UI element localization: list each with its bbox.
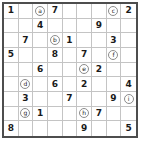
sudoku-cell-r9c4[interactable] xyxy=(48,121,63,136)
sudoku-cell-r8c1[interactable] xyxy=(4,107,19,122)
sudoku-cell-r2c5[interactable] xyxy=(63,19,78,34)
sudoku-cell-r1c2[interactable] xyxy=(19,4,34,19)
sudoku-cell-r4c2[interactable] xyxy=(19,48,34,63)
sudoku-cell-r6c4[interactable]: 6 xyxy=(48,77,63,92)
sudoku-cell-r2c7[interactable]: 9 xyxy=(92,19,107,34)
sudoku-cell-r6c3[interactable] xyxy=(33,77,48,92)
given-digit: 4 xyxy=(126,80,132,89)
sudoku-cell-r7c5[interactable]: 7 xyxy=(63,92,78,107)
sudoku-cell-r9c3[interactable] xyxy=(33,121,48,136)
sudoku-cell-r8c8[interactable] xyxy=(107,107,122,122)
sudoku-cell-r5c8[interactable] xyxy=(107,63,122,78)
circled-letter-c: c xyxy=(108,6,118,16)
given-digit: 4 xyxy=(37,21,43,30)
given-digit: 5 xyxy=(126,124,132,133)
sudoku-cell-r3c2[interactable]: 7 xyxy=(19,33,34,48)
circled-letter-b: b xyxy=(50,35,60,45)
sudoku-cell-r6c1[interactable] xyxy=(4,77,19,92)
sudoku-cell-r4c7[interactable] xyxy=(92,48,107,63)
sudoku-cell-r3c1[interactable] xyxy=(4,33,19,48)
sudoku-cell-r4c1[interactable]: 5 xyxy=(4,48,19,63)
circled-letter-f: f xyxy=(108,50,118,60)
sudoku-cell-r5c4[interactable] xyxy=(48,63,63,78)
given-digit: 7 xyxy=(66,94,72,103)
given-digit: 8 xyxy=(52,50,58,59)
sudoku-cell-r1c4[interactable]: 7 xyxy=(48,4,63,19)
sudoku-cell-r8c3[interactable]: 1 xyxy=(33,107,48,122)
sudoku-cell-r9c6[interactable]: 9 xyxy=(77,121,92,136)
sudoku-cell-r3c7[interactable] xyxy=(92,33,107,48)
sudoku-cell-r8c5[interactable] xyxy=(63,107,78,122)
sudoku-cell-r9c2[interactable] xyxy=(19,121,34,136)
sudoku-cell-r5c3[interactable]: 6 xyxy=(33,63,48,78)
sudoku-cell-r6c7[interactable] xyxy=(92,77,107,92)
sudoku-cell-r5c7[interactable]: 2 xyxy=(92,63,107,78)
sudoku-cell-r1c9[interactable]: 2 xyxy=(121,4,136,19)
sudoku-cell-r3c8[interactable]: 3 xyxy=(107,33,122,48)
sudoku-cell-r7c6[interactable] xyxy=(77,92,92,107)
sudoku-cell-r5c6[interactable]: e xyxy=(77,63,92,78)
sudoku-cell-r8c9[interactable] xyxy=(121,107,136,122)
sudoku-cell-r4c8[interactable]: f xyxy=(107,48,122,63)
sudoku-cell-r4c5[interactable] xyxy=(63,48,78,63)
sudoku-cell-r1c3[interactable]: a xyxy=(33,4,48,19)
given-digit: 7 xyxy=(22,36,28,45)
sudoku-cell-r9c1[interactable]: 8 xyxy=(4,121,19,136)
sudoku-cell-r1c7[interactable] xyxy=(92,4,107,19)
sudoku-cell-r8c7[interactable]: 7 xyxy=(92,107,107,122)
sudoku-cell-r2c4[interactable] xyxy=(48,19,63,34)
sudoku-cell-r3c4[interactable]: b xyxy=(48,33,63,48)
given-digit: 9 xyxy=(96,21,102,30)
sudoku-cell-r5c9[interactable] xyxy=(121,63,136,78)
sudoku-board: 1a7c2497b13587f6e2d624379ig1h7895 xyxy=(2,2,138,138)
sudoku-cell-r1c8[interactable]: c xyxy=(107,4,122,19)
circled-letter-d: d xyxy=(20,79,30,89)
sudoku-cell-r1c5[interactable] xyxy=(63,4,78,19)
sudoku-cell-r2c1[interactable] xyxy=(4,19,19,34)
given-digit: 7 xyxy=(81,50,87,59)
sudoku-cell-r3c9[interactable] xyxy=(121,33,136,48)
given-digit: 7 xyxy=(96,109,102,118)
sudoku-cell-r5c5[interactable] xyxy=(63,63,78,78)
given-digit: 6 xyxy=(37,65,43,74)
sudoku-cell-r6c9[interactable]: 4 xyxy=(121,77,136,92)
sudoku-cell-r5c2[interactable] xyxy=(19,63,34,78)
sudoku-cell-r7c4[interactable] xyxy=(48,92,63,107)
sudoku-cell-r7c9[interactable]: i xyxy=(121,92,136,107)
given-digit: 8 xyxy=(8,124,14,133)
given-digit: 9 xyxy=(81,124,87,133)
sudoku-cell-r3c3[interactable] xyxy=(33,33,48,48)
sudoku-cell-r9c8[interactable] xyxy=(107,121,122,136)
sudoku-cell-r7c3[interactable] xyxy=(33,92,48,107)
given-digit: 3 xyxy=(110,36,116,45)
sudoku-cell-r7c7[interactable] xyxy=(92,92,107,107)
given-digit: 6 xyxy=(52,80,58,89)
sudoku-cell-r2c3[interactable]: 4 xyxy=(33,19,48,34)
sudoku-cell-r6c2[interactable]: d xyxy=(19,77,34,92)
sudoku-cell-r5c1[interactable] xyxy=(4,63,19,78)
sudoku-cell-r6c8[interactable] xyxy=(107,77,122,92)
sudoku-cell-r1c6[interactable] xyxy=(77,4,92,19)
circled-letter-i: i xyxy=(124,94,134,104)
sudoku-cell-r8c4[interactable] xyxy=(48,107,63,122)
given-digit: 2 xyxy=(96,65,102,74)
given-digit: 5 xyxy=(8,50,14,59)
sudoku-cell-r9c9[interactable]: 5 xyxy=(121,121,136,136)
circled-letter-g: g xyxy=(20,108,30,118)
given-digit: 1 xyxy=(37,109,43,118)
sudoku-cell-r6c6[interactable]: 2 xyxy=(77,77,92,92)
circled-letter-a: a xyxy=(35,6,45,16)
given-digit: 1 xyxy=(66,36,72,45)
sudoku-cell-r3c5[interactable]: 1 xyxy=(63,33,78,48)
sudoku-cell-r8c6[interactable]: h xyxy=(77,107,92,122)
sudoku-cell-r9c5[interactable] xyxy=(63,121,78,136)
sudoku-cell-r4c6[interactable]: 7 xyxy=(77,48,92,63)
sudoku-cell-r2c9[interactable] xyxy=(121,19,136,34)
sudoku-cell-r4c4[interactable]: 8 xyxy=(48,48,63,63)
given-digit: 2 xyxy=(126,6,132,15)
sudoku-cell-r1c1[interactable]: 1 xyxy=(4,4,19,19)
sudoku-cell-r2c2[interactable] xyxy=(19,19,34,34)
circled-letter-e: e xyxy=(79,64,89,74)
sudoku-cell-r2c8[interactable] xyxy=(107,19,122,34)
given-digit: 3 xyxy=(22,94,28,103)
sudoku-cell-r7c8[interactable]: 9 xyxy=(107,92,122,107)
sudoku-cell-r6c5[interactable] xyxy=(63,77,78,92)
sudoku-cell-r8c2[interactable]: g xyxy=(19,107,34,122)
sudoku-cell-r7c2[interactable]: 3 xyxy=(19,92,34,107)
given-digit: 1 xyxy=(8,6,14,15)
given-digit: 7 xyxy=(52,6,58,15)
sudoku-cell-r7c1[interactable] xyxy=(4,92,19,107)
sudoku-cell-r3c6[interactable] xyxy=(77,33,92,48)
circled-letter-h: h xyxy=(79,108,89,118)
sudoku-cell-r4c9[interactable] xyxy=(121,48,136,63)
sudoku-cell-r9c7[interactable] xyxy=(92,121,107,136)
sudoku-cell-r4c3[interactable] xyxy=(33,48,48,63)
given-digit: 2 xyxy=(81,80,87,89)
sudoku-cell-r2c6[interactable] xyxy=(77,19,92,34)
given-digit: 9 xyxy=(110,94,116,103)
